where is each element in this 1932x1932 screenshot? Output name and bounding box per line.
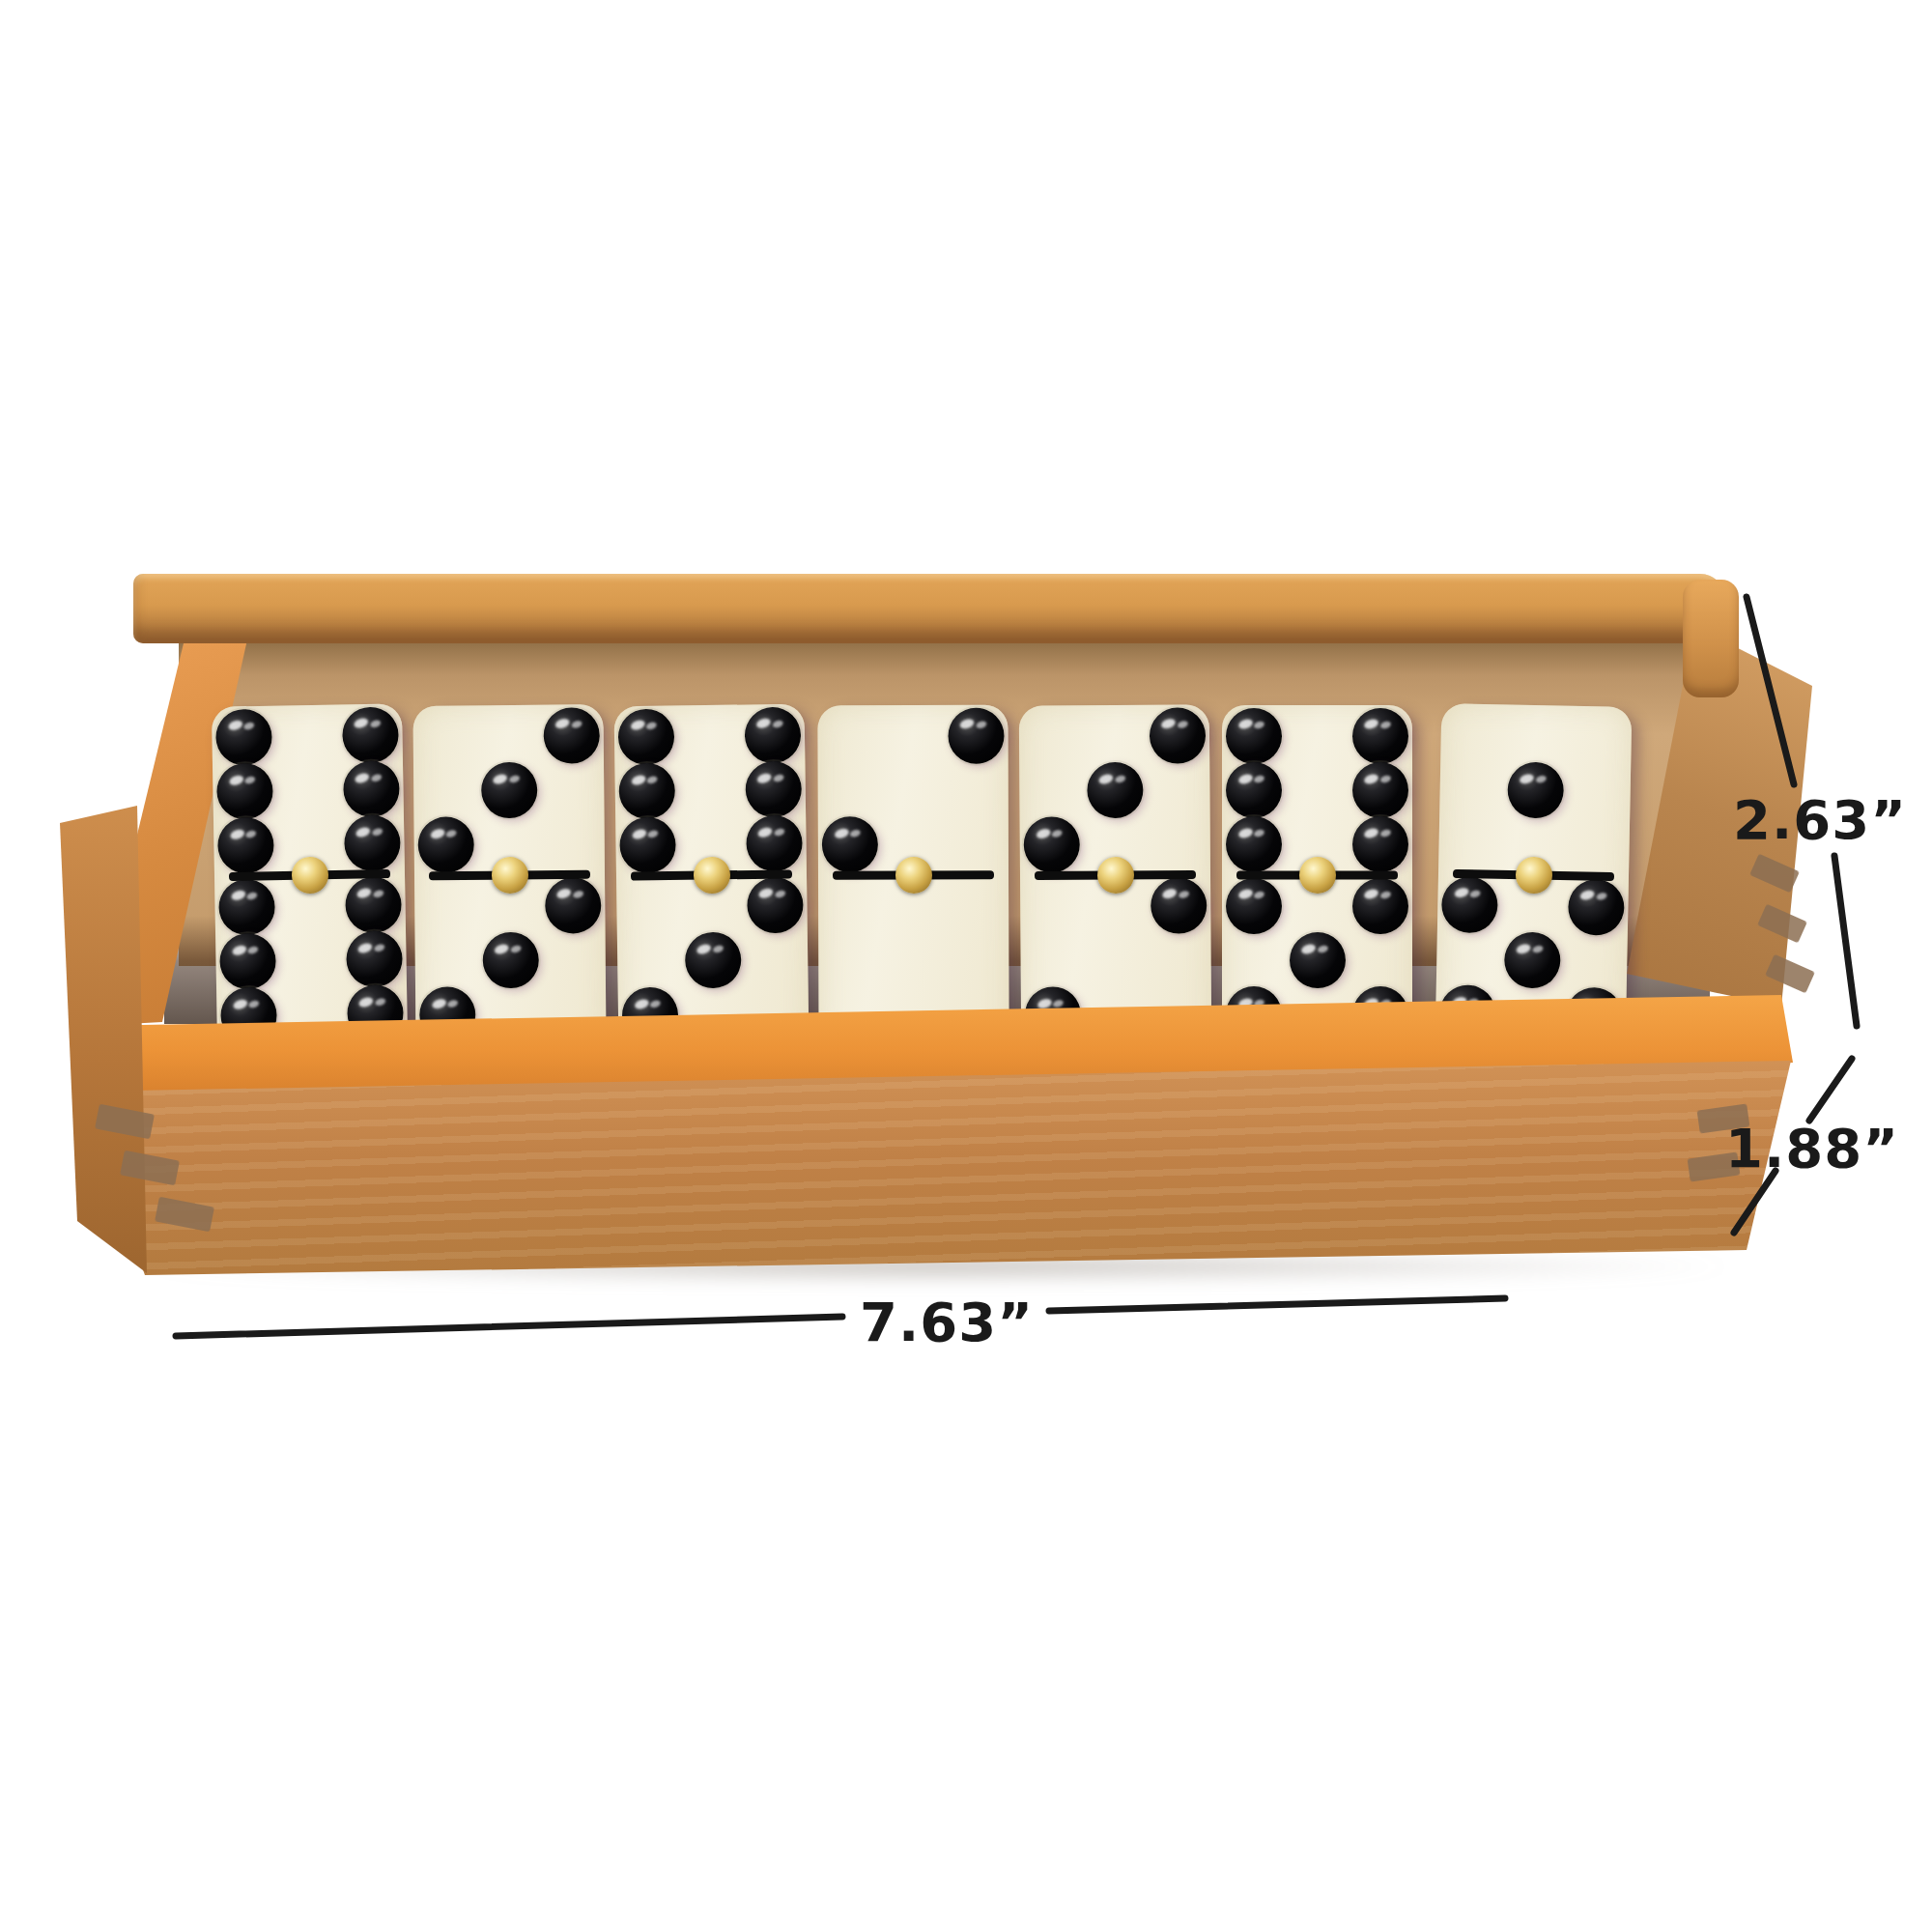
top-half-1 bbox=[1438, 703, 1632, 877]
domino-tray bbox=[0, 0, 1932, 1932]
pip bbox=[1352, 878, 1408, 934]
pip bbox=[1352, 708, 1408, 764]
pip bbox=[480, 762, 537, 819]
pip bbox=[1567, 878, 1624, 935]
top-half-6 bbox=[614, 704, 807, 877]
pip bbox=[948, 707, 1004, 763]
domino-tile-1-5 bbox=[1435, 703, 1633, 1047]
pip bbox=[217, 817, 274, 874]
pip bbox=[1087, 762, 1143, 818]
pip bbox=[1352, 762, 1408, 818]
pip bbox=[1149, 707, 1205, 763]
pip bbox=[747, 876, 804, 933]
pip bbox=[1352, 816, 1408, 872]
pip bbox=[482, 932, 539, 989]
product-photo-domino-box: 2.63” 1.88” 7.63” bbox=[0, 0, 1932, 1932]
domino-tile-6-6 bbox=[212, 703, 408, 1046]
pip bbox=[1507, 761, 1564, 818]
pip bbox=[219, 878, 276, 935]
brass-spinner bbox=[1299, 857, 1336, 894]
domino-tile-3-3 bbox=[412, 704, 606, 1046]
height-dimension-label: 2.63” bbox=[1723, 788, 1917, 851]
pip bbox=[746, 815, 803, 872]
pip bbox=[1024, 817, 1080, 873]
pip bbox=[619, 763, 676, 820]
brass-spinner bbox=[895, 857, 931, 894]
pip bbox=[745, 761, 802, 818]
pip bbox=[620, 817, 677, 874]
depth-dimension-label: 1.88” bbox=[1716, 1117, 1909, 1179]
top-half-3 bbox=[1019, 704, 1210, 875]
pip bbox=[543, 707, 600, 764]
pip bbox=[684, 932, 741, 989]
pip bbox=[1226, 708, 1282, 764]
top-half-6 bbox=[1222, 705, 1412, 875]
pip bbox=[216, 763, 273, 820]
pip bbox=[1226, 878, 1282, 934]
pip bbox=[1226, 762, 1282, 818]
top-half-6 bbox=[212, 703, 405, 876]
pip bbox=[1503, 931, 1560, 988]
domino-tile-6-3 bbox=[614, 704, 810, 1047]
top-half-3 bbox=[412, 704, 605, 876]
box-front-face bbox=[68, 1053, 1806, 1285]
pip bbox=[1441, 876, 1498, 933]
pip bbox=[545, 877, 602, 934]
pip bbox=[1226, 816, 1282, 872]
pip bbox=[1290, 932, 1346, 988]
pip bbox=[343, 815, 400, 872]
pip bbox=[220, 933, 277, 990]
pip bbox=[345, 876, 402, 933]
pip bbox=[618, 708, 675, 765]
top-half-2 bbox=[817, 705, 1009, 876]
pip bbox=[341, 706, 398, 763]
brass-spinner bbox=[491, 857, 527, 894]
pip bbox=[744, 706, 801, 763]
pip bbox=[342, 760, 399, 817]
pip bbox=[822, 816, 878, 872]
pip bbox=[346, 930, 403, 987]
length-dimension-label: 7.63” bbox=[850, 1291, 1043, 1353]
domino-tile-3-2 bbox=[1019, 704, 1211, 1045]
pip bbox=[1151, 877, 1207, 933]
pip bbox=[418, 817, 475, 874]
pip bbox=[215, 708, 272, 765]
domino-tile-6-5 bbox=[1222, 705, 1412, 1045]
domino-tile-2-0 bbox=[817, 705, 1009, 1046]
brass-spinner bbox=[1096, 857, 1133, 894]
